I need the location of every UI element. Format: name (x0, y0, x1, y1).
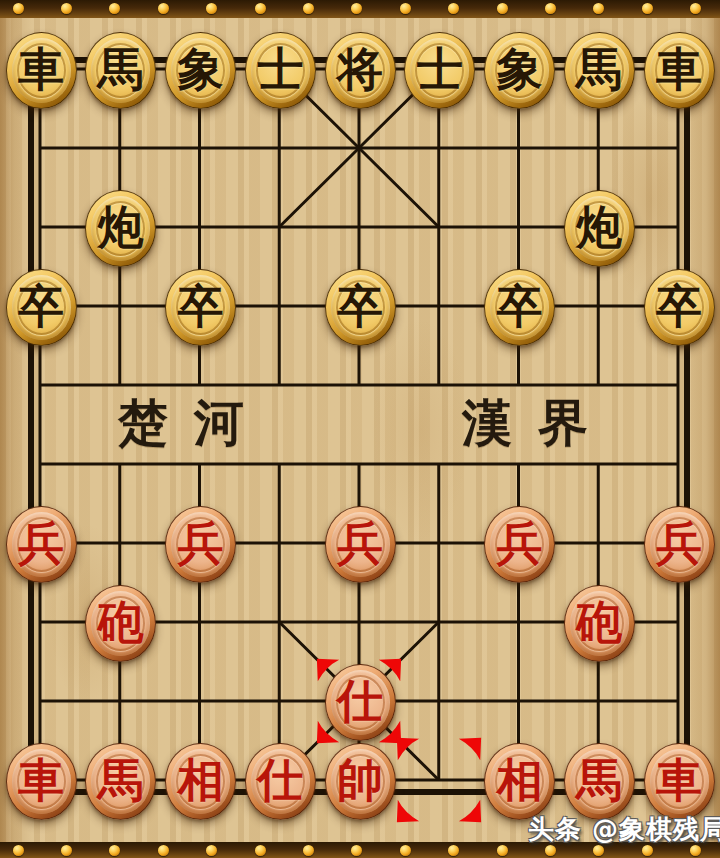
piece-red-兵[interactable]: 兵 (325, 506, 396, 583)
piece-glyph: 兵 (18, 520, 64, 566)
piece-glyph: 砲 (576, 599, 622, 645)
top-rail (0, 0, 720, 18)
piece-glyph: 馬 (576, 46, 622, 92)
stud-icon (400, 845, 411, 856)
piece-black-卒[interactable]: 卒 (644, 269, 715, 346)
piece-black-士[interactable]: 士 (245, 32, 316, 109)
stud-icon (351, 3, 362, 14)
stud-icon (497, 845, 508, 856)
piece-glyph: 卒 (178, 283, 224, 329)
piece-black-士[interactable]: 士 (404, 32, 475, 109)
piece-glyph: 卒 (337, 283, 383, 329)
piece-glyph: 馬 (98, 757, 144, 803)
piece-glyph: 馬 (576, 757, 622, 803)
piece-glyph: 士 (417, 46, 463, 92)
piece-red-帥[interactable]: 帥 (325, 743, 396, 820)
piece-glyph: 車 (18, 46, 64, 92)
piece-glyph: 仕 (257, 757, 303, 803)
stud-icon (690, 3, 701, 14)
piece-black-卒[interactable]: 卒 (325, 269, 396, 346)
piece-glyph: 卒 (497, 283, 543, 329)
piece-red-兵[interactable]: 兵 (484, 506, 555, 583)
piece-black-車[interactable]: 車 (6, 32, 77, 109)
piece-glyph: 象 (497, 46, 543, 92)
stud-icon (158, 3, 169, 14)
stud-icon (61, 3, 72, 14)
piece-red-馬[interactable]: 馬 (564, 743, 635, 820)
piece-red-車[interactable]: 車 (6, 743, 77, 820)
stud-icon (13, 3, 24, 14)
piece-black-炮[interactable]: 炮 (85, 190, 156, 267)
piece-red-兵[interactable]: 兵 (644, 506, 715, 583)
stud-icon (593, 3, 604, 14)
piece-glyph: 車 (656, 757, 702, 803)
piece-red-車[interactable]: 車 (644, 743, 715, 820)
piece-glyph: 砲 (98, 599, 144, 645)
stud-icon (255, 3, 266, 14)
stud-icon (13, 845, 24, 856)
piece-glyph: 仕 (337, 678, 383, 724)
stud-icon (497, 3, 508, 14)
stud-icon (303, 3, 314, 14)
piece-glyph: 兵 (497, 520, 543, 566)
piece-glyph: 将 (337, 46, 383, 92)
stud-icon (109, 3, 120, 14)
stud-icon (351, 845, 362, 856)
piece-black-将[interactable]: 将 (325, 32, 396, 109)
piece-red-兵[interactable]: 兵 (6, 506, 77, 583)
piece-red-相[interactable]: 相 (484, 743, 555, 820)
stud-icon (400, 3, 411, 14)
piece-black-炮[interactable]: 炮 (564, 190, 635, 267)
stud-icon (255, 845, 266, 856)
river-label-right: 漢界 (462, 398, 614, 448)
stud-icon (158, 845, 169, 856)
piece-red-相[interactable]: 相 (165, 743, 236, 820)
piece-black-車[interactable]: 車 (644, 32, 715, 109)
piece-red-仕[interactable]: 仕 (325, 664, 396, 741)
stud-icon (206, 3, 217, 14)
piece-glyph: 炮 (576, 204, 622, 250)
piece-glyph: 象 (178, 46, 224, 92)
stud-icon (109, 845, 120, 856)
stud-icon (303, 845, 314, 856)
stud-icon (448, 3, 459, 14)
stud-icon (448, 845, 459, 856)
piece-black-卒[interactable]: 卒 (165, 269, 236, 346)
piece-black-馬[interactable]: 馬 (564, 32, 635, 109)
stud-icon (642, 3, 653, 14)
piece-glyph: 士 (257, 46, 303, 92)
piece-glyph: 卒 (656, 283, 702, 329)
piece-black-卒[interactable]: 卒 (6, 269, 77, 346)
piece-black-象[interactable]: 象 (165, 32, 236, 109)
piece-black-卒[interactable]: 卒 (484, 269, 555, 346)
piece-glyph: 兵 (656, 520, 702, 566)
piece-red-砲[interactable]: 砲 (564, 585, 635, 662)
piece-glyph: 炮 (98, 204, 144, 250)
stud-icon (545, 3, 556, 14)
piece-glyph: 相 (178, 757, 224, 803)
piece-glyph: 兵 (337, 520, 383, 566)
stud-icon (61, 845, 72, 856)
piece-red-馬[interactable]: 馬 (85, 743, 156, 820)
piece-black-馬[interactable]: 馬 (85, 32, 156, 109)
piece-red-仕[interactable]: 仕 (245, 743, 316, 820)
piece-red-兵[interactable]: 兵 (165, 506, 236, 583)
piece-black-象[interactable]: 象 (484, 32, 555, 109)
piece-glyph: 相 (497, 757, 543, 803)
piece-glyph: 車 (18, 757, 64, 803)
piece-glyph: 帥 (337, 757, 383, 803)
piece-glyph: 車 (656, 46, 702, 92)
piece-glyph: 卒 (18, 283, 64, 329)
piece-glyph: 馬 (98, 46, 144, 92)
xiangqi-board-screen: 楚河 漢界 車馬象士将士象馬車炮炮卒卒卒卒卒兵兵兵兵兵砲砲仕車馬相仕帥相馬車 头… (0, 0, 720, 858)
piece-glyph: 兵 (178, 520, 224, 566)
river-label-left: 楚河 (118, 398, 270, 448)
watermark: 头条 @象棋残局解析 (528, 812, 720, 847)
stud-icon (206, 845, 217, 856)
piece-red-砲[interactable]: 砲 (85, 585, 156, 662)
